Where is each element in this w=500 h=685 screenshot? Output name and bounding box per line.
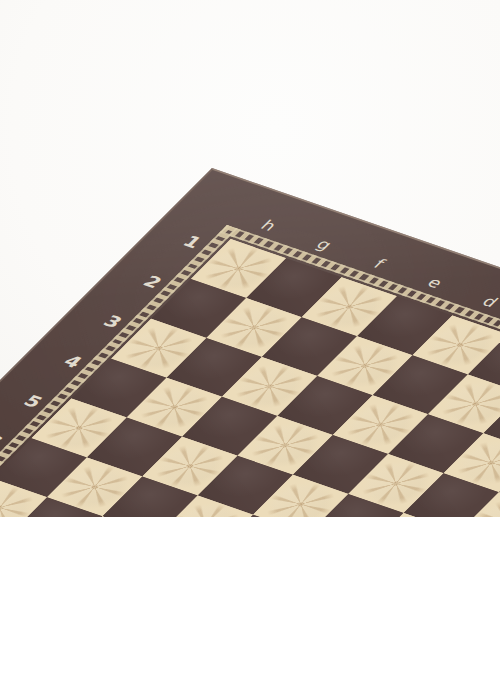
- rank-label-glyph: 5: [19, 391, 47, 410]
- file-label-glyph: d: [478, 293, 500, 310]
- rank-label-glyph: 2: [139, 272, 167, 291]
- chessboard: hgfedcba 12345678: [0, 168, 500, 517]
- rank-label-glyph: 3: [99, 312, 127, 331]
- file-label-glyph: e: [423, 274, 447, 291]
- page-bottom-whitespace: [0, 517, 500, 685]
- rank-label-glyph: 4: [59, 352, 87, 371]
- file-label-glyph: f: [370, 256, 389, 272]
- rank-label-glyph: 1: [179, 232, 207, 251]
- file-label-glyph: h: [257, 217, 281, 234]
- file-label-glyph: g: [312, 236, 336, 253]
- board-product-photo: hgfedcba 12345678: [0, 0, 500, 517]
- page: hgfedcba 12345678: [0, 0, 500, 685]
